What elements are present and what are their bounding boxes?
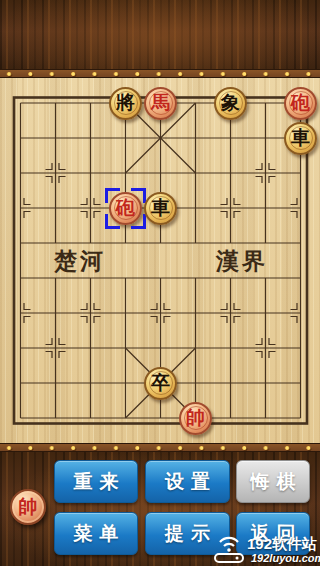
piece-車-black[interactable]: 車 <box>144 192 177 225</box>
piece-將-black[interactable]: 將 <box>109 87 142 120</box>
piece-象-black[interactable]: 象 <box>214 87 247 120</box>
piece-砲-red[interactable]: 砲 <box>109 192 142 225</box>
settings-button[interactable]: 设置 <box>145 460 230 503</box>
app-window: 楚河 漢界 將馬象砲車砲車卒帥 帥 重来 设置 悔棋 菜单 提示 返回 192软… <box>0 0 320 566</box>
piece-帥-red[interactable]: 帥 <box>179 402 212 435</box>
turn-indicator-piece: 帥 <box>10 489 46 525</box>
turn-indicator-char: 帥 <box>19 494 38 520</box>
river-label-right: 漢界 <box>215 249 268 274</box>
stud-border-top <box>0 69 320 78</box>
undo-button[interactable]: 悔棋 <box>236 460 310 503</box>
menu-button[interactable]: 菜单 <box>54 512 138 555</box>
top-wood-panel <box>0 0 320 69</box>
piece-卒-black[interactable]: 卒 <box>144 367 177 400</box>
router-icon <box>212 530 246 564</box>
piece-砲-red[interactable]: 砲 <box>284 87 317 120</box>
piece-馬-red[interactable]: 馬 <box>144 87 177 120</box>
stud-border-bottom <box>0 443 320 452</box>
watermark-site-url: 192luyou.com <box>251 552 320 564</box>
river-label-left: 楚河 <box>53 249 106 274</box>
piece-車-black[interactable]: 車 <box>284 122 317 155</box>
restart-button[interactable]: 重来 <box>54 460 138 503</box>
watermark: 192软件站 192luyou.com <box>210 528 320 566</box>
